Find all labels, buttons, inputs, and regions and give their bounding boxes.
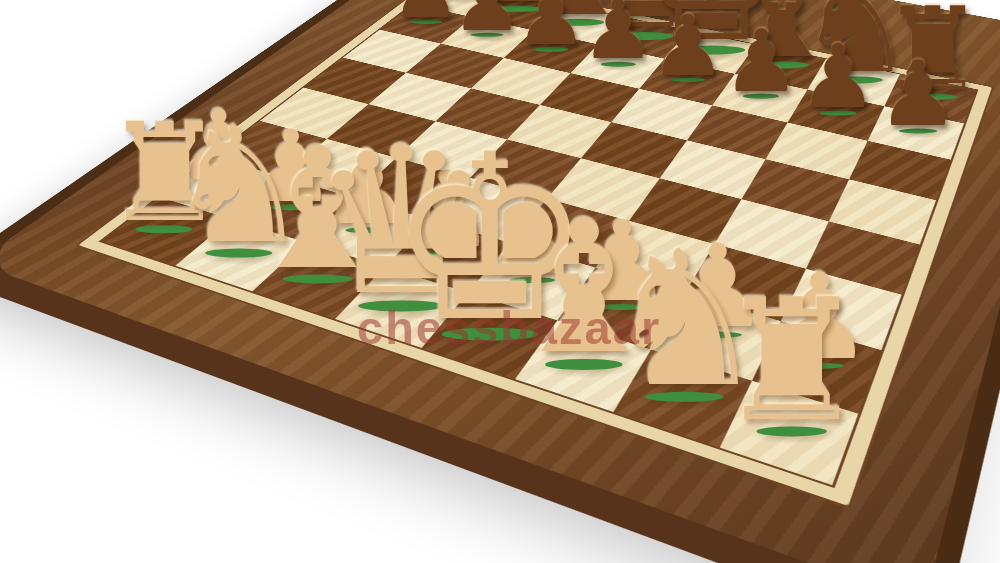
chess-board bbox=[0, 0, 1000, 563]
product-photo: ♜♞♝♛♚♝♞♜♟♟♟♟♟♟♟♟♟♟♟♟♟♟♟♟♜♞♝♛♚♝♞♜ chessba… bbox=[0, 0, 1000, 563]
board-squares bbox=[98, 0, 978, 488]
watermark: chessbazaar bbox=[357, 300, 661, 355]
